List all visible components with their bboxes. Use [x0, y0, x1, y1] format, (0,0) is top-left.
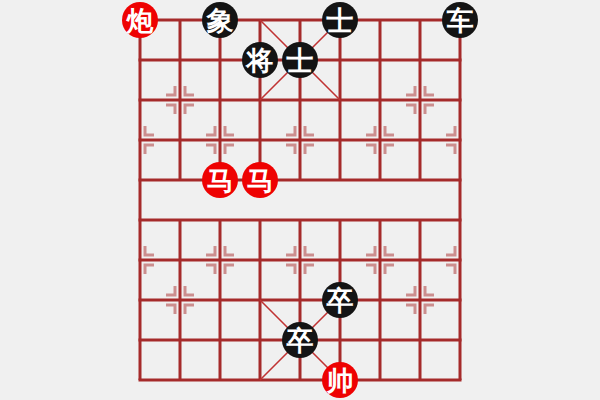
point-marker — [305, 126, 314, 135]
piece-red-general[interactable]: 帅 — [322, 362, 358, 398]
point-marker — [446, 126, 455, 135]
point-marker — [305, 265, 314, 274]
point-marker — [166, 305, 175, 314]
point-marker — [145, 145, 154, 154]
point-marker — [406, 305, 415, 314]
point-marker — [185, 86, 194, 95]
point-marker — [406, 286, 415, 295]
point-marker — [446, 246, 455, 255]
point-marker — [425, 286, 434, 295]
point-marker — [185, 305, 194, 314]
point-marker — [166, 286, 175, 295]
point-marker — [145, 126, 154, 135]
point-marker — [406, 105, 415, 114]
point-marker — [166, 105, 175, 114]
point-marker — [305, 246, 314, 255]
xiangqi-app: 炮象士车将士马马卒卒帅 — [0, 0, 600, 400]
point-marker — [206, 246, 215, 255]
point-marker — [366, 126, 375, 135]
piece-black-advisor[interactable]: 士 — [322, 2, 358, 38]
piece-red-horse[interactable]: 马 — [242, 162, 278, 198]
point-marker — [425, 86, 434, 95]
point-marker — [286, 145, 295, 154]
point-marker — [305, 145, 314, 154]
point-marker — [185, 105, 194, 114]
piece-black-soldier[interactable]: 卒 — [322, 282, 358, 318]
piece-black-elephant[interactable]: 象 — [202, 2, 238, 38]
piece-black-general[interactable]: 将 — [242, 42, 278, 78]
point-marker — [286, 126, 295, 135]
point-marker — [185, 286, 194, 295]
point-marker — [366, 145, 375, 154]
point-marker — [286, 246, 295, 255]
piece-black-advisor[interactable]: 士 — [282, 42, 318, 78]
point-marker — [385, 265, 394, 274]
point-marker — [446, 145, 455, 154]
point-marker — [366, 265, 375, 274]
point-marker — [286, 265, 295, 274]
piece-red-cannon[interactable]: 炮 — [122, 2, 158, 38]
point-marker — [446, 265, 455, 274]
point-marker — [206, 265, 215, 274]
point-marker — [406, 86, 415, 95]
point-marker — [225, 265, 234, 274]
point-marker — [385, 145, 394, 154]
point-marker — [425, 305, 434, 314]
point-marker — [145, 246, 154, 255]
point-marker — [385, 126, 394, 135]
point-marker — [206, 126, 215, 135]
point-marker — [366, 246, 375, 255]
point-marker — [145, 265, 154, 274]
point-marker — [225, 126, 234, 135]
point-marker — [425, 105, 434, 114]
point-marker — [225, 145, 234, 154]
piece-red-horse[interactable]: 马 — [202, 162, 238, 198]
piece-black-chariot[interactable]: 车 — [442, 2, 478, 38]
point-marker — [166, 86, 175, 95]
point-marker — [385, 246, 394, 255]
point-marker — [225, 246, 234, 255]
piece-black-soldier[interactable]: 卒 — [282, 322, 318, 358]
point-marker — [206, 145, 215, 154]
